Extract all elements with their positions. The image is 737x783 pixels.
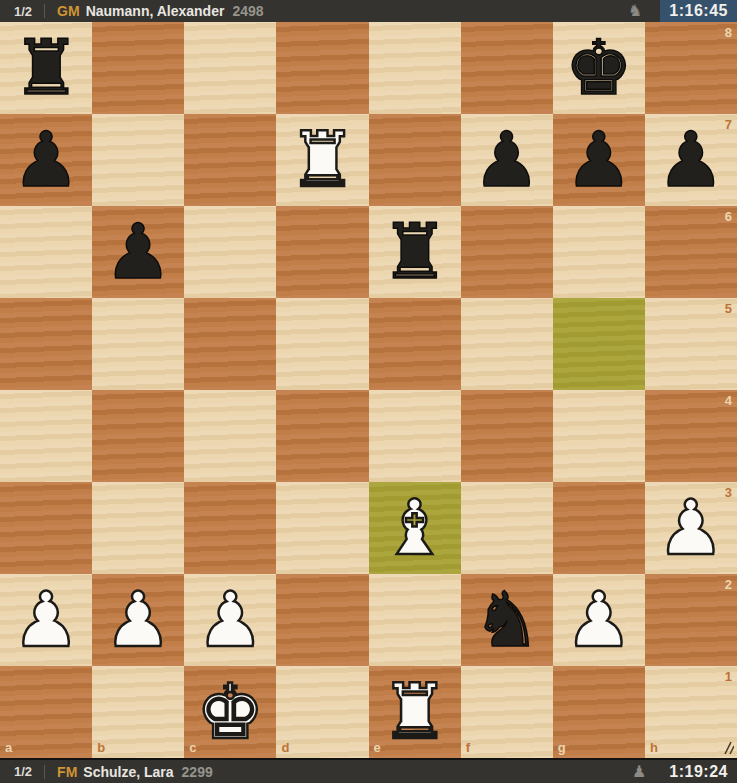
- white-pawn[interactable]: ♟: [184, 574, 276, 666]
- square-b8[interactable]: [92, 22, 184, 114]
- square-f2[interactable]: ♞: [461, 574, 553, 666]
- file-label-d: d: [281, 740, 289, 755]
- square-d1[interactable]: d: [276, 666, 368, 758]
- square-f4[interactable]: [461, 390, 553, 482]
- square-b6[interactable]: ♟: [92, 206, 184, 298]
- square-g7[interactable]: ♟: [553, 114, 645, 206]
- black-king[interactable]: ♚: [553, 22, 645, 114]
- pawn-icon: ♟: [632, 761, 646, 783]
- rank-label-4: 4: [725, 393, 732, 408]
- square-h7[interactable]: 7♟: [645, 114, 737, 206]
- knight-icon: ♞: [628, 0, 642, 22]
- file-label-c: c: [189, 740, 196, 755]
- square-c1[interactable]: c♚: [184, 666, 276, 758]
- white-player-name: Schulze, Lara: [83, 764, 173, 780]
- black-pawn[interactable]: ♟: [461, 114, 553, 206]
- square-f6[interactable]: [461, 206, 553, 298]
- black-title: GM: [57, 3, 80, 19]
- file-label-g: g: [558, 740, 566, 755]
- square-b3[interactable]: [92, 482, 184, 574]
- square-a1[interactable]: a: [0, 666, 92, 758]
- square-e7[interactable]: [369, 114, 461, 206]
- square-g5[interactable]: [553, 298, 645, 390]
- square-b4[interactable]: [92, 390, 184, 482]
- square-e5[interactable]: [369, 298, 461, 390]
- white-bishop[interactable]: ♝: [369, 482, 461, 574]
- rank-label-5: 5: [725, 301, 732, 316]
- square-g2[interactable]: ♟: [553, 574, 645, 666]
- square-a8[interactable]: ♜: [0, 22, 92, 114]
- black-pawn[interactable]: ♟: [92, 206, 184, 298]
- black-knight[interactable]: ♞: [461, 574, 553, 666]
- black-player-bar: 1/2 GM Naumann, Alexander 2498 ♞ 1:16:45: [0, 0, 737, 22]
- square-d3[interactable]: [276, 482, 368, 574]
- black-pawn[interactable]: ♟: [645, 114, 737, 206]
- rank-label-6: 6: [725, 209, 732, 224]
- square-a3[interactable]: [0, 482, 92, 574]
- separator: [44, 765, 45, 779]
- square-e2[interactable]: [369, 574, 461, 666]
- square-g6[interactable]: [553, 206, 645, 298]
- white-rating: 2299: [182, 764, 213, 780]
- black-pawn[interactable]: ♟: [553, 114, 645, 206]
- square-c2[interactable]: ♟: [184, 574, 276, 666]
- square-g1[interactable]: g: [553, 666, 645, 758]
- square-e8[interactable]: [369, 22, 461, 114]
- white-clock: 1:19:24: [660, 760, 737, 783]
- white-pawn[interactable]: ♟: [92, 574, 184, 666]
- square-f5[interactable]: [461, 298, 553, 390]
- square-h6[interactable]: 6: [645, 206, 737, 298]
- square-h2[interactable]: 2: [645, 574, 737, 666]
- rank-label-2: 2: [725, 577, 732, 592]
- chess-broadcast-window: 1/2 GM Naumann, Alexander 2498 ♞ 1:16:45…: [0, 0, 737, 783]
- square-g8[interactable]: ♚: [553, 22, 645, 114]
- square-a6[interactable]: [0, 206, 92, 298]
- black-rating: 2498: [232, 3, 263, 19]
- square-d8[interactable]: [276, 22, 368, 114]
- file-label-f: f: [466, 740, 470, 755]
- square-d4[interactable]: [276, 390, 368, 482]
- square-a2[interactable]: ♟: [0, 574, 92, 666]
- white-player-bar: 1/2 FM Schulze, Lara 2299 ♟ 1:19:24: [0, 758, 737, 783]
- square-c7[interactable]: [184, 114, 276, 206]
- rank-label-3: 3: [725, 485, 732, 500]
- square-d2[interactable]: [276, 574, 368, 666]
- square-b2[interactable]: ♟: [92, 574, 184, 666]
- file-label-a: a: [5, 740, 12, 755]
- black-rook[interactable]: ♜: [0, 22, 92, 114]
- black-player-name: Naumann, Alexander: [86, 3, 225, 19]
- square-b7[interactable]: [92, 114, 184, 206]
- chess-board[interactable]: ♜♚8♟♜♟♟7♟♟♜654♝3♟♟♟♟♞♟2abc♚de♜fg1h: [0, 22, 737, 758]
- square-e6[interactable]: ♜: [369, 206, 461, 298]
- white-king[interactable]: ♚: [184, 666, 276, 758]
- square-c8[interactable]: [184, 22, 276, 114]
- black-pawn[interactable]: ♟: [0, 114, 92, 206]
- square-d5[interactable]: [276, 298, 368, 390]
- white-pawn[interactable]: ♟: [0, 574, 92, 666]
- rank-label-7: 7: [725, 117, 732, 132]
- resize-grip-icon[interactable]: [721, 741, 734, 754]
- square-h4[interactable]: 4: [645, 390, 737, 482]
- black-rook[interactable]: ♜: [369, 206, 461, 298]
- square-f3[interactable]: [461, 482, 553, 574]
- square-f7[interactable]: ♟: [461, 114, 553, 206]
- rank-label-1: 1: [725, 669, 732, 684]
- square-a7[interactable]: ♟: [0, 114, 92, 206]
- square-h5[interactable]: 5: [645, 298, 737, 390]
- square-d7[interactable]: ♜: [276, 114, 368, 206]
- square-h8[interactable]: 8: [645, 22, 737, 114]
- square-b5[interactable]: [92, 298, 184, 390]
- black-score: 1/2: [0, 4, 44, 19]
- square-e3[interactable]: ♝: [369, 482, 461, 574]
- square-g3[interactable]: [553, 482, 645, 574]
- white-score: 1/2: [0, 764, 44, 779]
- square-c5[interactable]: [184, 298, 276, 390]
- square-a4[interactable]: [0, 390, 92, 482]
- white-rook[interactable]: ♜: [276, 114, 368, 206]
- square-d6[interactable]: [276, 206, 368, 298]
- square-c3[interactable]: [184, 482, 276, 574]
- black-clock: 1:16:45: [660, 0, 737, 22]
- white-pawn[interactable]: ♟: [645, 482, 737, 574]
- rank-label-8: 8: [725, 25, 732, 40]
- file-label-b: b: [97, 740, 105, 755]
- white-rook[interactable]: ♜: [369, 666, 461, 758]
- square-e1[interactable]: e♜: [369, 666, 461, 758]
- square-b1[interactable]: b: [92, 666, 184, 758]
- white-title: FM: [57, 764, 77, 780]
- file-label-e: e: [374, 740, 381, 755]
- white-pawn[interactable]: ♟: [553, 574, 645, 666]
- square-c4[interactable]: [184, 390, 276, 482]
- square-e4[interactable]: [369, 390, 461, 482]
- square-g4[interactable]: [553, 390, 645, 482]
- square-a5[interactable]: [0, 298, 92, 390]
- square-h3[interactable]: 3♟: [645, 482, 737, 574]
- square-c6[interactable]: [184, 206, 276, 298]
- file-label-h: h: [650, 740, 658, 755]
- separator: [44, 4, 45, 18]
- square-f1[interactable]: f: [461, 666, 553, 758]
- square-f8[interactable]: [461, 22, 553, 114]
